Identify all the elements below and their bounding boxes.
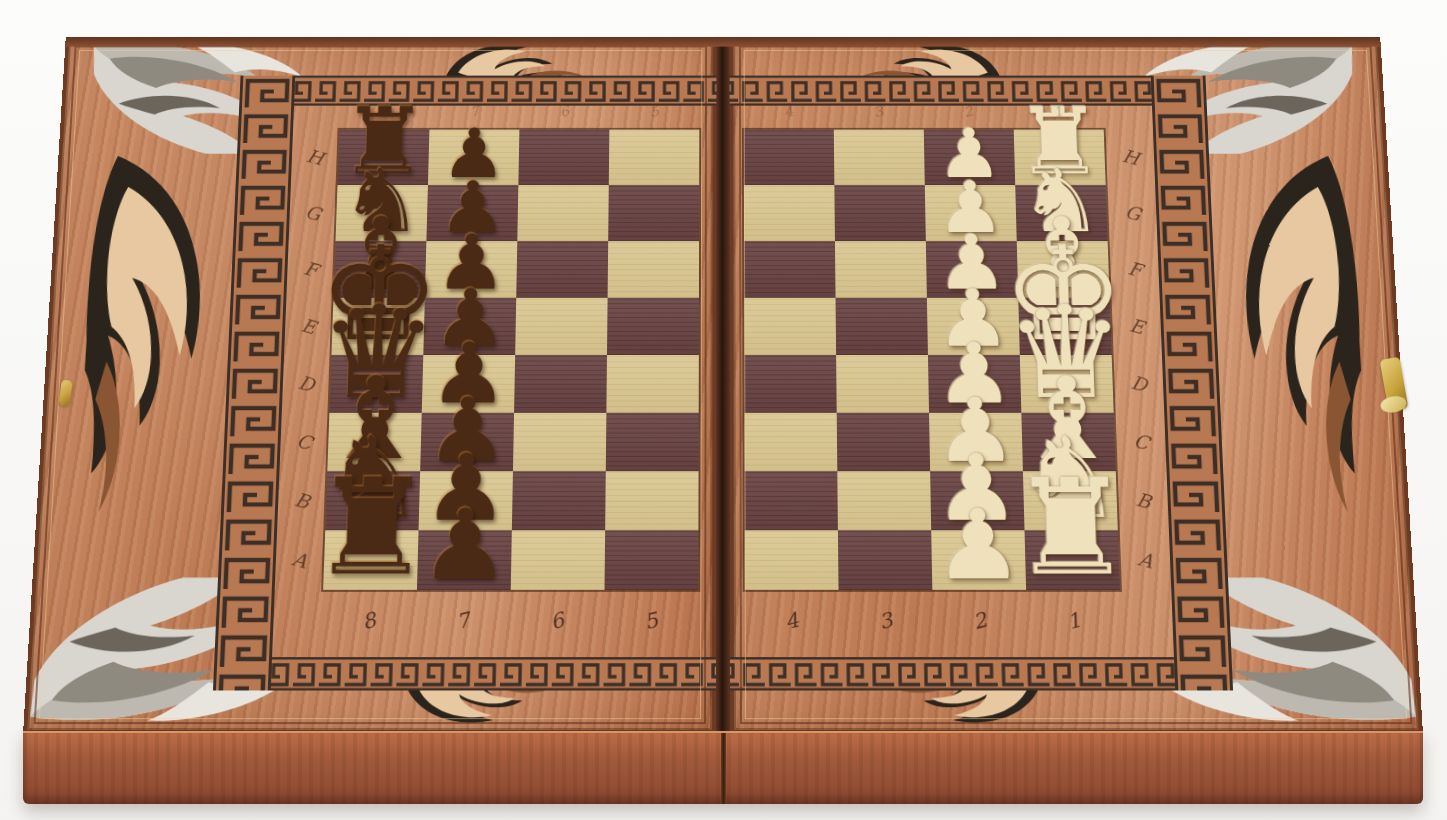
square-c3[interactable] [837, 413, 930, 471]
file-letter-label: F [280, 236, 341, 302]
file-letter-label: H [285, 125, 346, 190]
rank-number-labels-bottom: 8765 [321, 601, 698, 642]
file-letter-label: C [273, 408, 335, 476]
file-letter-label: G [1104, 180, 1162, 246]
square-e4[interactable] [744, 298, 836, 355]
square-a5[interactable] [605, 530, 699, 590]
square-a8[interactable]: ♜ [323, 530, 418, 590]
case-front-side-panel [23, 731, 1423, 804]
square-e5[interactable] [607, 298, 699, 355]
square-b5[interactable] [605, 471, 698, 530]
square-c4[interactable] [744, 413, 837, 471]
board-right-half: HGFEDCBA 4321 4321 ♟♜♟♞♟♝♟♚♟♛♟♝♟♞♟♜ [730, 37, 1423, 734]
board-grid-ranks-4-to-1: ♟♜♟♞♟♝♟♚♟♛♟♝♟♞♟♜ [744, 130, 1120, 590]
board-grid-ranks-8-to-5: ♜♟♞♟♝♟♚♟♛♟♝♟♞♟♜♟ [323, 130, 699, 590]
file-letter-label: A [1116, 525, 1176, 595]
black-pawn-a7[interactable]: ♟ [419, 501, 510, 590]
square-a3[interactable] [838, 530, 932, 590]
square-h3[interactable] [834, 130, 925, 185]
square-f5[interactable] [608, 241, 699, 298]
board-left-half: HGFEDCBA 8765 8765 ♜♟♞♟♝♟♚♟♛♟♝♟♞♟♜♟ [23, 37, 716, 734]
square-d5[interactable] [606, 355, 698, 413]
square-b4[interactable] [744, 471, 837, 530]
rank-number-labels-bottom: 4321 [745, 601, 1122, 642]
file-letter-label: B [271, 466, 334, 535]
square-d6[interactable] [514, 355, 607, 413]
square-h4[interactable] [744, 130, 835, 185]
file-letter-label: B [1114, 466, 1173, 535]
file-letter-label: E [278, 293, 340, 360]
square-h6[interactable] [518, 130, 609, 185]
square-f3[interactable] [835, 241, 927, 298]
file-letter-label: H [1102, 125, 1160, 190]
file-letter-label: E [1108, 293, 1166, 360]
square-d3[interactable] [836, 355, 929, 413]
case-side-seam [721, 733, 726, 804]
rank-number-labels-top: 8765 [340, 99, 700, 126]
square-b6[interactable] [512, 471, 606, 530]
square-a7[interactable]: ♟ [417, 530, 512, 590]
rank-number-labels-top: 4321 [744, 99, 1104, 126]
square-a1[interactable]: ♜ [1025, 530, 1120, 590]
square-h5[interactable] [609, 130, 700, 185]
square-e3[interactable] [836, 298, 928, 355]
square-g5[interactable] [608, 185, 699, 241]
square-f4[interactable] [744, 241, 835, 298]
brass-latch-icon [1380, 357, 1409, 412]
square-d4[interactable] [744, 355, 836, 413]
square-a6[interactable] [511, 530, 605, 590]
acanthus-scroll-icon [1216, 145, 1384, 581]
square-e6[interactable] [515, 298, 607, 355]
case-far-edge [65, 37, 1381, 47]
square-a4[interactable] [745, 530, 839, 590]
square-b3[interactable] [837, 471, 931, 530]
file-letter-label: F [1106, 236, 1164, 302]
file-letter-label: D [276, 350, 338, 418]
file-letter-label: A [268, 525, 331, 595]
square-g4[interactable] [744, 185, 835, 241]
square-f6[interactable] [516, 241, 608, 298]
file-letter-label: C [1112, 408, 1171, 476]
greek-key-border [213, 657, 716, 690]
white-rook-a1[interactable]: ♜ [1008, 468, 1134, 590]
greek-key-border [730, 657, 1233, 690]
square-c5[interactable] [606, 413, 699, 471]
chess-case-top-surface: HGFEDCBA 8765 8765 ♜♟♞♟♝♟♚♟♛♟♝♟♞♟♜♟ [23, 37, 1423, 734]
square-g3[interactable] [834, 185, 925, 241]
file-letter-label: D [1110, 350, 1169, 418]
acanthus-scroll-icon [62, 145, 230, 581]
product-photo: HGFEDCBA 8765 8765 ♜♟♞♟♝♟♚♟♛♟♝♟♞♟♜♟ [0, 0, 1447, 820]
hinge-seam [716, 37, 730, 734]
square-g6[interactable] [517, 185, 608, 241]
square-c6[interactable] [513, 413, 606, 471]
file-letter-label: G [283, 180, 344, 246]
